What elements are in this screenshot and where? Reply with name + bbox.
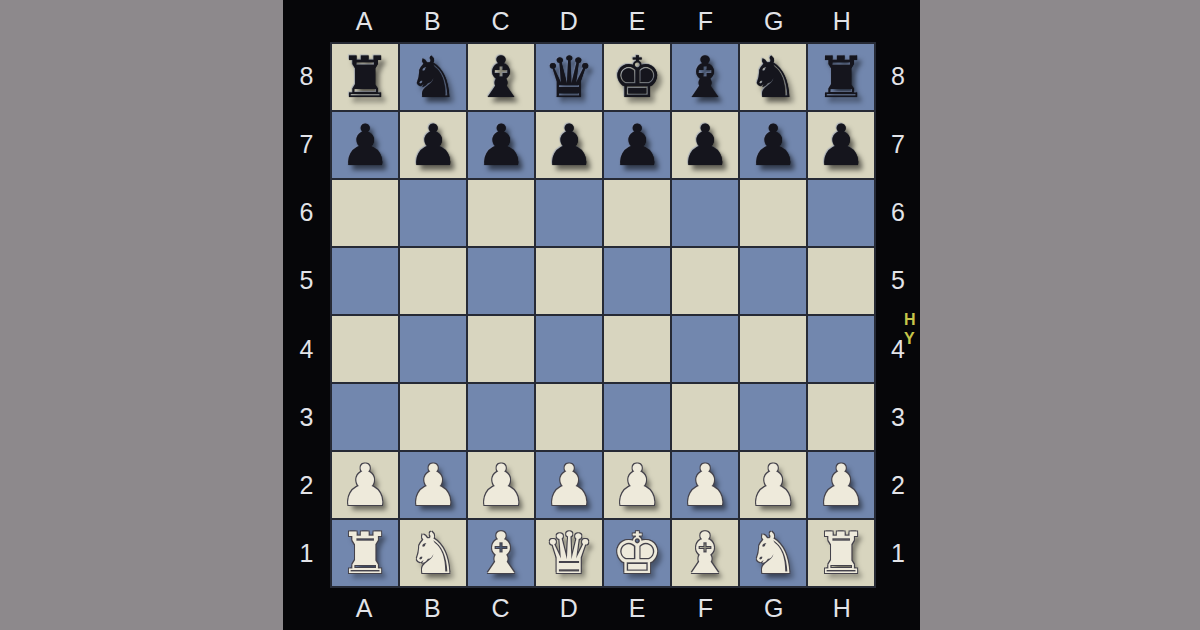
white-knight: ♞: [400, 520, 466, 586]
white-pawn: ♟: [400, 452, 466, 518]
square-f4[interactable]: [672, 316, 738, 382]
white-king: ♚: [604, 520, 670, 586]
white-rook: ♜: [332, 520, 398, 586]
square-c7[interactable]: ♟: [468, 112, 534, 178]
square-c8[interactable]: ♝: [468, 44, 534, 110]
rank-label-left-4: 4: [283, 315, 330, 383]
black-pawn: ♟: [740, 112, 806, 178]
black-bishop: ♝: [672, 44, 738, 110]
black-pawn: ♟: [332, 112, 398, 178]
white-bishop: ♝: [672, 520, 738, 586]
file-label-bottom-e: E: [603, 588, 671, 628]
white-pawn: ♟: [672, 452, 738, 518]
black-pawn: ♟: [604, 112, 670, 178]
square-g6[interactable]: [740, 180, 806, 246]
black-queen: ♛: [536, 44, 602, 110]
rank-label-left-2: 2: [283, 452, 330, 520]
file-label-bottom-a: A: [330, 588, 398, 628]
right-gray-panel: [920, 0, 1200, 630]
square-c4[interactable]: [468, 316, 534, 382]
square-a5[interactable]: [332, 248, 398, 314]
page: ABCDEFGH ABCDEFGH 87654321 87654321 ♜♞♝♛…: [0, 0, 1200, 630]
file-label-top-d: D: [535, 0, 603, 42]
square-b2[interactable]: ♟: [400, 452, 466, 518]
square-a2[interactable]: ♟: [332, 452, 398, 518]
rank-label-right-6: 6: [876, 179, 920, 247]
chess-board: ♜♞♝♛♚♝♞♜♟♟♟♟♟♟♟♟♟♟♟♟♟♟♟♟♜♞♝♛♚♝♞♜: [330, 42, 876, 588]
white-knight: ♞: [740, 520, 806, 586]
file-label-top-b: B: [398, 0, 466, 42]
file-label-bottom-d: D: [535, 588, 603, 628]
file-label-bottom-b: B: [398, 588, 466, 628]
file-label-top-f: F: [671, 0, 739, 42]
square-f7[interactable]: ♟: [672, 112, 738, 178]
square-h7[interactable]: ♟: [808, 112, 874, 178]
rank-label-right-1: 1: [876, 520, 920, 588]
square-h3[interactable]: [808, 384, 874, 450]
black-pawn: ♟: [672, 112, 738, 178]
square-d1[interactable]: ♛: [536, 520, 602, 586]
watermark-line-1: H: [904, 310, 917, 329]
square-a6[interactable]: [332, 180, 398, 246]
file-labels-bottom: ABCDEFGH: [330, 588, 876, 628]
square-e2[interactable]: ♟: [604, 452, 670, 518]
white-pawn: ♟: [332, 452, 398, 518]
square-h5[interactable]: [808, 248, 874, 314]
square-g3[interactable]: [740, 384, 806, 450]
rank-label-left-1: 1: [283, 520, 330, 588]
file-label-bottom-f: F: [671, 588, 739, 628]
white-pawn: ♟: [604, 452, 670, 518]
square-b4[interactable]: [400, 316, 466, 382]
file-label-bottom-c: C: [467, 588, 535, 628]
rank-label-left-6: 6: [283, 179, 330, 247]
rank-label-right-2: 2: [876, 452, 920, 520]
file-label-top-c: C: [467, 0, 535, 42]
watermark-text: H Y: [904, 310, 917, 348]
square-e1[interactable]: ♚: [604, 520, 670, 586]
square-f6[interactable]: [672, 180, 738, 246]
square-f2[interactable]: ♟: [672, 452, 738, 518]
square-b6[interactable]: [400, 180, 466, 246]
square-c5[interactable]: [468, 248, 534, 314]
square-h6[interactable]: [808, 180, 874, 246]
square-h4[interactable]: [808, 316, 874, 382]
file-label-top-a: A: [330, 0, 398, 42]
left-gray-panel: [0, 0, 283, 630]
white-pawn: ♟: [536, 452, 602, 518]
square-c6[interactable]: [468, 180, 534, 246]
square-b8[interactable]: ♞: [400, 44, 466, 110]
file-label-top-h: H: [808, 0, 876, 42]
white-rook: ♜: [808, 520, 874, 586]
square-a3[interactable]: [332, 384, 398, 450]
white-bishop: ♝: [468, 520, 534, 586]
file-label-bottom-h: H: [808, 588, 876, 628]
black-knight: ♞: [740, 44, 806, 110]
square-d2[interactable]: ♟: [536, 452, 602, 518]
square-g7[interactable]: ♟: [740, 112, 806, 178]
rank-label-left-3: 3: [283, 383, 330, 451]
square-h1[interactable]: ♜: [808, 520, 874, 586]
square-a8[interactable]: ♜: [332, 44, 398, 110]
file-label-top-e: E: [603, 0, 671, 42]
square-b3[interactable]: [400, 384, 466, 450]
file-labels-top: ABCDEFGH: [330, 0, 876, 42]
rank-label-right-8: 8: [876, 42, 920, 110]
black-pawn: ♟: [808, 112, 874, 178]
square-c3[interactable]: [468, 384, 534, 450]
square-e6[interactable]: [604, 180, 670, 246]
square-b1[interactable]: ♞: [400, 520, 466, 586]
square-d6[interactable]: [536, 180, 602, 246]
black-rook: ♜: [332, 44, 398, 110]
square-g4[interactable]: [740, 316, 806, 382]
square-g1[interactable]: ♞: [740, 520, 806, 586]
file-label-top-g: G: [740, 0, 808, 42]
square-c1[interactable]: ♝: [468, 520, 534, 586]
white-pawn: ♟: [740, 452, 806, 518]
square-f8[interactable]: ♝: [672, 44, 738, 110]
rank-label-right-3: 3: [876, 383, 920, 451]
square-e7[interactable]: ♟: [604, 112, 670, 178]
black-knight: ♞: [400, 44, 466, 110]
black-pawn: ♟: [400, 112, 466, 178]
square-b7[interactable]: ♟: [400, 112, 466, 178]
white-pawn: ♟: [808, 452, 874, 518]
square-h2[interactable]: ♟: [808, 452, 874, 518]
square-a4[interactable]: [332, 316, 398, 382]
square-f5[interactable]: [672, 248, 738, 314]
square-c2[interactable]: ♟: [468, 452, 534, 518]
black-pawn: ♟: [468, 112, 534, 178]
rank-label-left-8: 8: [283, 42, 330, 110]
white-queen: ♛: [536, 520, 602, 586]
square-e5[interactable]: [604, 248, 670, 314]
square-a7[interactable]: ♟: [332, 112, 398, 178]
square-e8[interactable]: ♚: [604, 44, 670, 110]
black-rook: ♜: [808, 44, 874, 110]
square-a1[interactable]: ♜: [332, 520, 398, 586]
watermark-line-2: Y: [904, 329, 917, 348]
square-d4[interactable]: [536, 316, 602, 382]
black-king: ♚: [604, 44, 670, 110]
rank-label-right-5: 5: [876, 247, 920, 315]
white-pawn: ♟: [468, 452, 534, 518]
square-d7[interactable]: ♟: [536, 112, 602, 178]
square-g2[interactable]: ♟: [740, 452, 806, 518]
square-h8[interactable]: ♜: [808, 44, 874, 110]
square-b5[interactable]: [400, 248, 466, 314]
black-pawn: ♟: [536, 112, 602, 178]
square-f3[interactable]: [672, 384, 738, 450]
rank-label-left-7: 7: [283, 110, 330, 178]
file-label-bottom-g: G: [740, 588, 808, 628]
square-d3[interactable]: [536, 384, 602, 450]
black-bishop: ♝: [468, 44, 534, 110]
rank-label-left-5: 5: [283, 247, 330, 315]
rank-label-right-7: 7: [876, 110, 920, 178]
square-e4[interactable]: [604, 316, 670, 382]
square-g8[interactable]: ♞: [740, 44, 806, 110]
square-g5[interactable]: [740, 248, 806, 314]
rank-labels-left: 87654321: [283, 42, 330, 588]
square-d8[interactable]: ♛: [536, 44, 602, 110]
square-e3[interactable]: [604, 384, 670, 450]
square-d5[interactable]: [536, 248, 602, 314]
square-f1[interactable]: ♝: [672, 520, 738, 586]
